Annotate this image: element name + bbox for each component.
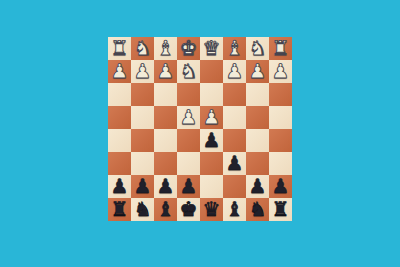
square-c4[interactable] <box>223 106 246 129</box>
square-f1[interactable]: ♝ <box>154 37 177 60</box>
piece-white-pawn: ♟ <box>134 60 152 83</box>
piece-white-pawn: ♟ <box>180 106 198 129</box>
square-g4[interactable] <box>131 106 154 129</box>
square-b4[interactable] <box>246 106 269 129</box>
square-f6[interactable] <box>154 152 177 175</box>
square-d5[interactable]: ♟ <box>200 129 223 152</box>
piece-black-pawn: ♟ <box>134 175 152 198</box>
square-b6[interactable] <box>246 152 269 175</box>
piece-black-knight: ♞ <box>249 198 267 221</box>
piece-white-pawn: ♟ <box>111 60 129 83</box>
piece-white-bishop: ♝ <box>157 37 175 60</box>
square-a5[interactable] <box>269 129 292 152</box>
piece-white-pawn: ♟ <box>226 60 244 83</box>
square-h1[interactable]: ♜ <box>108 37 131 60</box>
square-h6[interactable] <box>108 152 131 175</box>
square-b3[interactable] <box>246 83 269 106</box>
square-d1[interactable]: ♛ <box>200 37 223 60</box>
square-e7[interactable]: ♟ <box>177 175 200 198</box>
piece-black-pawn: ♟ <box>180 175 198 198</box>
square-a3[interactable] <box>269 83 292 106</box>
piece-black-bishop: ♝ <box>157 198 175 221</box>
piece-black-pawn: ♟ <box>226 152 244 175</box>
square-b1[interactable]: ♞ <box>246 37 269 60</box>
piece-white-queen: ♛ <box>203 37 221 60</box>
square-g5[interactable] <box>131 129 154 152</box>
square-h2[interactable]: ♟ <box>108 60 131 83</box>
square-f8[interactable]: ♝ <box>154 198 177 221</box>
square-g1[interactable]: ♞ <box>131 37 154 60</box>
piece-black-bishop: ♝ <box>226 198 244 221</box>
chess-board: ♜♞♝♚♛♝♞♜♟♟♟♞♟♟♟♟♟♟♟♟♟♟♟♟♟♜♞♝♚♛♝♞♜ <box>108 37 292 221</box>
square-h7[interactable]: ♟ <box>108 175 131 198</box>
square-b8[interactable]: ♞ <box>246 198 269 221</box>
square-b2[interactable]: ♟ <box>246 60 269 83</box>
square-d2[interactable] <box>200 60 223 83</box>
square-a2[interactable]: ♟ <box>269 60 292 83</box>
piece-black-queen: ♛ <box>203 198 221 221</box>
square-f5[interactable] <box>154 129 177 152</box>
piece-white-pawn: ♟ <box>203 106 221 129</box>
square-e8[interactable]: ♚ <box>177 198 200 221</box>
square-e5[interactable] <box>177 129 200 152</box>
piece-black-pawn: ♟ <box>111 175 129 198</box>
piece-white-king: ♚ <box>180 37 198 60</box>
piece-black-pawn: ♟ <box>272 175 290 198</box>
square-e2[interactable]: ♞ <box>177 60 200 83</box>
square-b7[interactable]: ♟ <box>246 175 269 198</box>
square-c6[interactable]: ♟ <box>223 152 246 175</box>
square-c1[interactable]: ♝ <box>223 37 246 60</box>
square-g8[interactable]: ♞ <box>131 198 154 221</box>
square-f3[interactable] <box>154 83 177 106</box>
square-a6[interactable] <box>269 152 292 175</box>
square-f4[interactable] <box>154 106 177 129</box>
piece-black-rook: ♜ <box>111 198 129 221</box>
square-c8[interactable]: ♝ <box>223 198 246 221</box>
square-c2[interactable]: ♟ <box>223 60 246 83</box>
square-a4[interactable] <box>269 106 292 129</box>
piece-white-rook: ♜ <box>272 37 290 60</box>
square-g6[interactable] <box>131 152 154 175</box>
piece-black-knight: ♞ <box>134 198 152 221</box>
piece-white-pawn: ♟ <box>157 60 175 83</box>
square-a8[interactable]: ♜ <box>269 198 292 221</box>
piece-white-bishop: ♝ <box>226 37 244 60</box>
piece-white-knight: ♞ <box>249 37 267 60</box>
piece-black-king: ♚ <box>180 198 198 221</box>
square-d7[interactable] <box>200 175 223 198</box>
square-e4[interactable]: ♟ <box>177 106 200 129</box>
piece-white-knight: ♞ <box>134 37 152 60</box>
piece-black-pawn: ♟ <box>203 129 221 152</box>
piece-black-pawn: ♟ <box>157 175 175 198</box>
square-h8[interactable]: ♜ <box>108 198 131 221</box>
square-f2[interactable]: ♟ <box>154 60 177 83</box>
square-h3[interactable] <box>108 83 131 106</box>
piece-white-pawn: ♟ <box>272 60 290 83</box>
square-d4[interactable]: ♟ <box>200 106 223 129</box>
square-a1[interactable]: ♜ <box>269 37 292 60</box>
canvas-background: ♜♞♝♚♛♝♞♜♟♟♟♞♟♟♟♟♟♟♟♟♟♟♟♟♟♜♞♝♚♛♝♞♜ <box>0 0 400 267</box>
square-a7[interactable]: ♟ <box>269 175 292 198</box>
square-c7[interactable] <box>223 175 246 198</box>
square-e6[interactable] <box>177 152 200 175</box>
square-c5[interactable] <box>223 129 246 152</box>
square-e1[interactable]: ♚ <box>177 37 200 60</box>
square-b5[interactable] <box>246 129 269 152</box>
square-h4[interactable] <box>108 106 131 129</box>
square-g2[interactable]: ♟ <box>131 60 154 83</box>
square-d8[interactable]: ♛ <box>200 198 223 221</box>
piece-white-knight: ♞ <box>180 60 198 83</box>
square-d3[interactable] <box>200 83 223 106</box>
square-c3[interactable] <box>223 83 246 106</box>
square-e3[interactable] <box>177 83 200 106</box>
square-f7[interactable]: ♟ <box>154 175 177 198</box>
piece-white-rook: ♜ <box>111 37 129 60</box>
square-g3[interactable] <box>131 83 154 106</box>
piece-white-pawn: ♟ <box>249 60 267 83</box>
square-d6[interactable] <box>200 152 223 175</box>
square-g7[interactable]: ♟ <box>131 175 154 198</box>
piece-black-rook: ♜ <box>272 198 290 221</box>
piece-black-pawn: ♟ <box>249 175 267 198</box>
square-h5[interactable] <box>108 129 131 152</box>
